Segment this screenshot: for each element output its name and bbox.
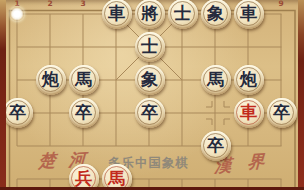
piece-black-cannon[interactable]: 炮 [234,65,264,95]
intersection-9-1[interactable] [265,30,298,63]
piece-black-chariot[interactable]: 車 [102,0,132,29]
piece-glyph: 卒 [75,104,92,121]
intersection-2-3[interactable] [34,96,67,129]
intersection-9-2[interactable] [265,63,298,96]
piece-glyph: 炮 [42,71,59,88]
intersection-6-2[interactable] [166,63,199,96]
piece-glyph: 卒 [273,104,290,121]
piece-black-soldier[interactable]: 卒 [267,98,297,128]
piece-glyph: 車 [240,104,257,121]
piece-black-advisor[interactable]: 士 [168,0,198,29]
piece-glyph: 馬 [75,71,92,88]
intersection-9-4[interactable] [265,129,298,162]
intersection-2-5[interactable] [34,162,67,190]
intersection-4-4[interactable] [100,129,133,162]
piece-black-soldier[interactable]: 卒 [3,98,33,128]
intersection-7-5[interactable] [199,162,232,190]
piece-black-soldier[interactable]: 卒 [201,131,231,161]
piece-glyph: 卒 [207,137,224,154]
intersection-2-0[interactable] [34,0,67,30]
piece-glyph: 車 [240,5,257,22]
intersection-6-5[interactable] [166,162,199,190]
piece-glyph: 卒 [141,104,158,121]
intersection-7-3[interactable] [199,96,232,129]
board-border-bottom [0,187,304,190]
intersection-3-0[interactable] [67,0,100,30]
piece-black-elephant[interactable]: 象 [201,0,231,29]
intersection-5-5[interactable] [133,162,166,190]
piece-glyph: 兵 [75,170,92,187]
intersection-3-1[interactable] [67,30,100,63]
intersection-8-4[interactable] [232,129,265,162]
intersection-4-2[interactable] [100,63,133,96]
intersection-2-4[interactable] [34,129,67,162]
piece-black-horse[interactable]: 馬 [69,65,99,95]
piece-black-soldier[interactable]: 卒 [69,98,99,128]
piece-black-soldier[interactable]: 卒 [135,98,165,128]
intersection-6-4[interactable] [166,129,199,162]
intersection-6-3[interactable] [166,96,199,129]
piece-glyph: 車 [108,5,125,22]
intersection-7-1[interactable] [199,30,232,63]
intersection-9-5[interactable] [265,162,298,190]
piece-glyph: 象 [141,71,158,88]
piece-black-chariot[interactable]: 車 [234,0,264,29]
intersection-4-3[interactable] [100,96,133,129]
intersection-5-4[interactable] [133,129,166,162]
piece-black-cannon[interactable]: 炮 [36,65,66,95]
piece-glyph: 馬 [108,170,125,187]
piece-glyph: 卒 [9,104,26,121]
board-border-right [298,0,304,190]
piece-black-general[interactable]: 將 [135,0,165,29]
board-intersections: 車將士象車士炮馬象馬炮卒卒卒車卒卒兵馬 [1,0,298,190]
intersection-2-1[interactable] [34,30,67,63]
board-border-left [0,0,6,190]
intersection-4-1[interactable] [100,30,133,63]
intersection-6-1[interactable] [166,30,199,63]
intersection-8-5[interactable] [232,162,265,190]
piece-black-advisor[interactable]: 士 [135,32,165,62]
intersection-3-4[interactable] [67,129,100,162]
piece-red-chariot[interactable]: 車 [234,98,264,128]
piece-glyph: 炮 [240,71,257,88]
piece-glyph: 士 [174,5,191,22]
piece-black-horse[interactable]: 馬 [201,65,231,95]
xiangqi-board: 123456789 多乐中国象棋 楚河漢界 車將士象車士炮馬象馬炮卒卒卒車卒卒兵… [0,0,304,190]
piece-black-elephant[interactable]: 象 [135,65,165,95]
intersection-9-0[interactable] [265,0,298,30]
piece-glyph: 將 [141,5,158,22]
intersection-8-1[interactable] [232,30,265,63]
piece-glyph: 象 [207,5,224,22]
piece-glyph: 士 [141,38,158,55]
piece-glyph: 馬 [207,71,224,88]
